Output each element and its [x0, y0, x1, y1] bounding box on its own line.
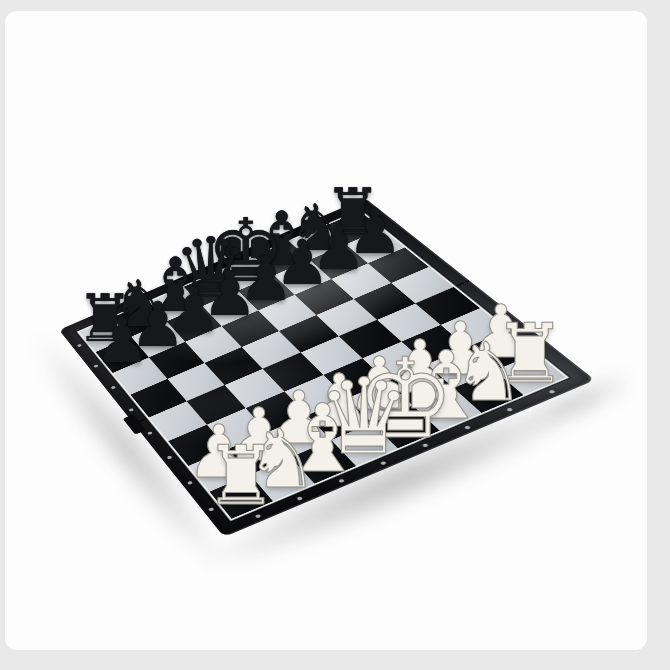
- magnet-dot-icon: [255, 514, 261, 519]
- magnet-dot-icon: [77, 344, 82, 348]
- fold-seam-right: [453, 280, 469, 287]
- magnet-dot-icon: [208, 507, 214, 511]
- magnet-dot-icon: [111, 386, 116, 390]
- magnet-dot-icon: [422, 443, 429, 447]
- magnet-dot-icon: [187, 481, 193, 485]
- magnet-dot-icon: [464, 425, 471, 429]
- magnet-dot-icon: [93, 364, 98, 368]
- magnet-dot-icon: [296, 496, 303, 501]
- magnet-dot-icon: [338, 479, 345, 483]
- magnet-dot-icon: [380, 461, 387, 465]
- magnet-dot-icon: [147, 431, 153, 435]
- magnet-dot-icon: [167, 455, 173, 459]
- magnet-dot-icon: [128, 408, 134, 412]
- magnet-dot-icon: [506, 407, 513, 411]
- magnet-dot-icon: [548, 390, 555, 394]
- product-photo-scene: ♜♞♝♛♚♝♞♜♟♟♟♟♟♟♟♟♟♟♟♟♟♟♟♟♜♞♝♛♚♝♞♜: [0, 0, 670, 670]
